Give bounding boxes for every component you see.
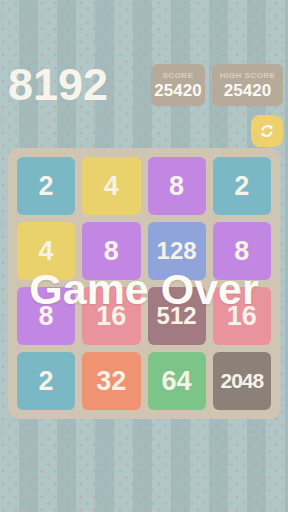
tile: 4 xyxy=(17,222,75,280)
high-score-value: 25420 xyxy=(224,82,271,99)
tile: 16 xyxy=(213,287,271,345)
tile: 8 xyxy=(82,222,140,280)
restart-button[interactable] xyxy=(251,115,283,147)
app-title: 8192 xyxy=(8,62,108,107)
tile: 4 xyxy=(82,157,140,215)
tile: 8 xyxy=(17,287,75,345)
score-box: SCORE 25420 xyxy=(151,64,205,106)
tile: 2048 xyxy=(213,352,271,410)
game-board[interactable]: 2 4 8 2 4 8 128 8 8 16 512 16 2 32 64 20… xyxy=(8,148,280,419)
tile: 128 xyxy=(148,222,206,280)
tile: 8 xyxy=(148,157,206,215)
score-label: SCORE xyxy=(163,71,194,80)
tile: 64 xyxy=(148,352,206,410)
tile: 8 xyxy=(213,222,271,280)
tile: 16 xyxy=(82,287,140,345)
score-value: 25420 xyxy=(154,82,201,99)
tile: 32 xyxy=(82,352,140,410)
game-screen: 8192 SCORE 25420 HIGH SCORE 25420 2 4 8 … xyxy=(0,0,288,512)
tile: 512 xyxy=(148,287,206,345)
high-score-box: HIGH SCORE 25420 xyxy=(212,64,283,106)
tile: 2 xyxy=(213,157,271,215)
refresh-icon xyxy=(258,122,276,140)
tile: 2 xyxy=(17,352,75,410)
high-score-label: HIGH SCORE xyxy=(220,71,276,80)
tile: 2 xyxy=(17,157,75,215)
